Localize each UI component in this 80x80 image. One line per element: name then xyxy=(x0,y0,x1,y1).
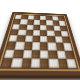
chess-board xyxy=(0,12,80,76)
product-photo xyxy=(0,0,80,80)
square-d1[interactable] xyxy=(30,58,40,68)
board-scene xyxy=(0,0,80,80)
square-d3[interactable] xyxy=(32,42,40,50)
square-d2[interactable] xyxy=(31,50,40,59)
board-frame-trim xyxy=(0,14,80,71)
board-grid xyxy=(1,15,77,68)
square-h1[interactable] xyxy=(66,59,77,69)
square-h2[interactable] xyxy=(64,50,74,58)
